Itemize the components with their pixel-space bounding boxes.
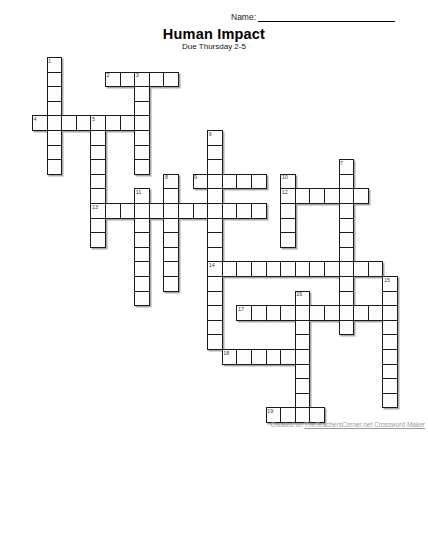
grid-cell[interactable]: [207, 218, 223, 234]
grid-cell[interactable]: [207, 232, 223, 248]
crossword-grid: 12345678910111213141516171819: [32, 57, 399, 424]
grid-cell[interactable]: [222, 349, 238, 365]
grid-cell[interactable]: [222, 203, 238, 219]
grid-cell[interactable]: [382, 334, 398, 350]
grid-cell[interactable]: [90, 159, 106, 175]
grid-cell[interactable]: [339, 276, 355, 292]
grid-cell[interactable]: [295, 188, 311, 204]
grid-cell[interactable]: [134, 101, 150, 117]
grid-cell[interactable]: [47, 57, 63, 73]
grid-cell[interactable]: [90, 188, 106, 204]
grid-cell[interactable]: [266, 349, 282, 365]
grid-cell[interactable]: [90, 115, 106, 131]
grid-cell[interactable]: [163, 174, 179, 190]
grid-cell[interactable]: [207, 130, 223, 146]
grid-cell[interactable]: [368, 261, 384, 277]
grid-cell[interactable]: [251, 349, 267, 365]
grid-cell[interactable]: [251, 305, 267, 321]
grid-cell[interactable]: [134, 159, 150, 175]
credit-prefix: Created on: [270, 421, 304, 428]
grid-cell[interactable]: [382, 320, 398, 336]
grid-cell[interactable]: [295, 305, 311, 321]
grid-cell[interactable]: [324, 305, 340, 321]
grid-cell[interactable]: [295, 291, 311, 307]
grid-cell[interactable]: [280, 261, 296, 277]
grid-cell[interactable]: [280, 232, 296, 248]
grid-cell[interactable]: [47, 145, 63, 161]
grid-cell[interactable]: [280, 203, 296, 219]
grid-cell[interactable]: [382, 305, 398, 321]
grid-cell[interactable]: [134, 86, 150, 102]
grid-cell[interactable]: [134, 203, 150, 219]
grid-cell[interactable]: [222, 174, 238, 190]
grid-cell[interactable]: [105, 203, 121, 219]
grid-cell[interactable]: [105, 72, 121, 88]
grid-cell[interactable]: [207, 305, 223, 321]
grid-cell[interactable]: [295, 364, 311, 380]
grid-cell[interactable]: [90, 203, 106, 219]
grid-cell[interactable]: [309, 261, 325, 277]
grid-cell[interactable]: [207, 291, 223, 307]
grid-cell[interactable]: [339, 320, 355, 336]
grid-cell[interactable]: [236, 174, 252, 190]
grid-cell[interactable]: [382, 364, 398, 380]
grid-cell[interactable]: [193, 203, 209, 219]
grid-cell[interactable]: [295, 349, 311, 365]
grid-cell[interactable]: [339, 203, 355, 219]
grid-cell[interactable]: [134, 247, 150, 263]
grid-cell[interactable]: [236, 261, 252, 277]
grid-cell[interactable]: [90, 218, 106, 234]
name-label: Name:: [231, 12, 256, 22]
grid-cell[interactable]: [120, 72, 136, 88]
credit-link[interactable]: TheTeachersCorner.net Crossword Maker: [304, 421, 425, 428]
grid-cell[interactable]: [266, 261, 282, 277]
grid-cell[interactable]: [295, 393, 311, 409]
grid-cell[interactable]: [382, 378, 398, 394]
grid-cell[interactable]: [295, 320, 311, 336]
grid-cell[interactable]: [134, 115, 150, 131]
page-title: Human Impact: [0, 26, 428, 42]
grid-cell[interactable]: [339, 218, 355, 234]
grid-cell[interactable]: [251, 174, 267, 190]
grid-cell[interactable]: [47, 101, 63, 117]
grid-cell[interactable]: [339, 247, 355, 263]
grid-cell[interactable]: [134, 72, 150, 88]
grid-cell[interactable]: [339, 305, 355, 321]
grid-cell[interactable]: [32, 115, 48, 131]
grid-cell[interactable]: [382, 291, 398, 307]
grid-cell[interactable]: [280, 305, 296, 321]
grid-cell[interactable]: [339, 232, 355, 248]
grid-cell[interactable]: [339, 291, 355, 307]
grid-cell[interactable]: [207, 247, 223, 263]
grid-cell[interactable]: [207, 145, 223, 161]
grid-cell[interactable]: [382, 276, 398, 292]
grid-cell[interactable]: [266, 305, 282, 321]
grid-cell[interactable]: [134, 145, 150, 161]
grid-cell[interactable]: [280, 188, 296, 204]
grid-cell[interactable]: [134, 218, 150, 234]
grid-cell[interactable]: [163, 218, 179, 234]
grid-cell[interactable]: [120, 203, 136, 219]
grid-cell[interactable]: [163, 261, 179, 277]
grid-cell[interactable]: [236, 305, 252, 321]
grid-cell[interactable]: [324, 188, 340, 204]
grid-cell[interactable]: [120, 115, 136, 131]
grid-cell[interactable]: [134, 276, 150, 292]
grid-cell[interactable]: [353, 305, 369, 321]
grid-cell[interactable]: [134, 232, 150, 248]
grid-cell[interactable]: [339, 261, 355, 277]
grid-cell[interactable]: [382, 393, 398, 409]
grid-cell[interactable]: [90, 232, 106, 248]
grid-cell[interactable]: [76, 115, 92, 131]
grid-cell[interactable]: [207, 188, 223, 204]
grid-cell[interactable]: [251, 261, 267, 277]
grid-cell[interactable]: [47, 159, 63, 175]
grid-cell[interactable]: [134, 261, 150, 277]
grid-cell[interactable]: [178, 203, 194, 219]
grid-cell[interactable]: [61, 115, 77, 131]
grid-cell[interactable]: [207, 320, 223, 336]
grid-cell[interactable]: [309, 305, 325, 321]
grid-cell[interactable]: [295, 378, 311, 394]
grid-cell[interactable]: [134, 188, 150, 204]
grid-cell[interactable]: [382, 349, 398, 365]
grid-cell[interactable]: [134, 130, 150, 146]
grid-cell[interactable]: [280, 349, 296, 365]
grid-cell[interactable]: [105, 115, 121, 131]
grid-cell[interactable]: [163, 203, 179, 219]
grid-cell[interactable]: [163, 232, 179, 248]
grid-cell[interactable]: [251, 203, 267, 219]
grid-cell[interactable]: [163, 72, 179, 88]
grid-cell[interactable]: [207, 334, 223, 350]
grid-cell[interactable]: [90, 174, 106, 190]
grid-cell[interactable]: [309, 188, 325, 204]
grid-cell[interactable]: [163, 188, 179, 204]
grid-cell[interactable]: [207, 203, 223, 219]
due-date-subtitle: Due Thursday 2-5: [0, 42, 428, 51]
grid-cell[interactable]: [339, 174, 355, 190]
grid-cell[interactable]: [280, 218, 296, 234]
grid-cell[interactable]: [339, 159, 355, 175]
grid-cell[interactable]: [90, 145, 106, 161]
grid-cell[interactable]: [134, 291, 150, 307]
grid-cell[interactable]: [163, 276, 179, 292]
name-input-line[interactable]: [258, 21, 395, 22]
grid-cell[interactable]: [280, 174, 296, 190]
grid-cell[interactable]: [353, 188, 369, 204]
grid-cell[interactable]: [163, 247, 179, 263]
grid-cell[interactable]: [207, 276, 223, 292]
grid-cell[interactable]: [324, 261, 340, 277]
grid-cell[interactable]: [207, 174, 223, 190]
grid-cell[interactable]: [236, 349, 252, 365]
credit-footer: Created on TheTeachersCorner.net Crosswo…: [270, 421, 425, 428]
grid-cell[interactable]: [295, 334, 311, 350]
grid-cell[interactable]: [149, 203, 165, 219]
grid-cell[interactable]: [368, 305, 384, 321]
grid-cell[interactable]: [207, 159, 223, 175]
grid-cell[interactable]: [295, 261, 311, 277]
grid-cell[interactable]: [90, 130, 106, 146]
grid-cell[interactable]: [47, 86, 63, 102]
grid-cell[interactable]: [222, 261, 238, 277]
grid-cell[interactable]: [339, 188, 355, 204]
grid-cell[interactable]: [47, 72, 63, 88]
grid-cell[interactable]: [353, 261, 369, 277]
grid-cell[interactable]: [207, 261, 223, 277]
grid-cell[interactable]: [47, 130, 63, 146]
grid-cell[interactable]: [193, 174, 209, 190]
grid-cell[interactable]: [236, 203, 252, 219]
grid-cell[interactable]: [149, 72, 165, 88]
grid-cell[interactable]: [47, 115, 63, 131]
